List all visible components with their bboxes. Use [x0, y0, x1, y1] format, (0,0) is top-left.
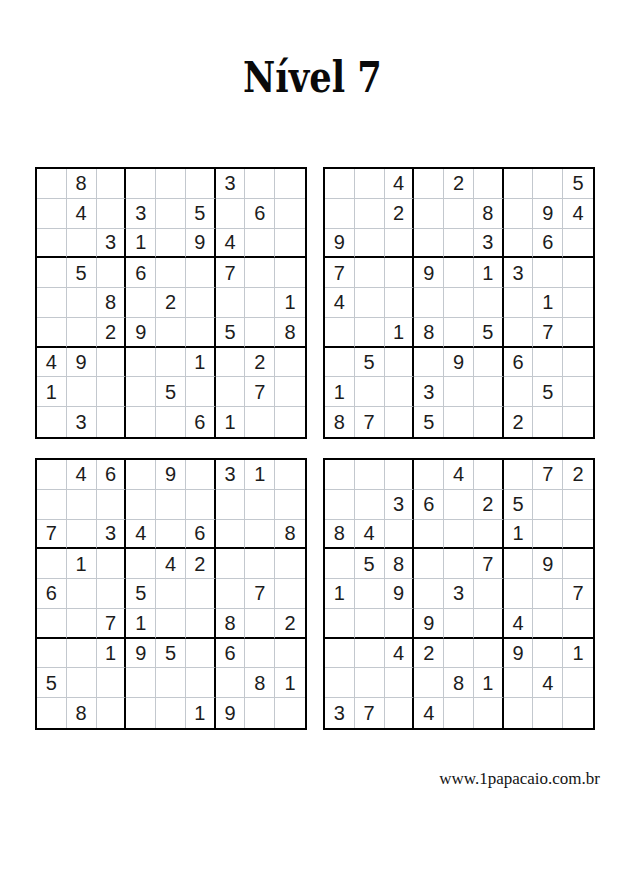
cell-r2c2: [67, 490, 97, 520]
cell-r8c4: 3: [414, 377, 444, 407]
cell-r7c7: 6: [504, 348, 534, 378]
cell-r2c6: [186, 490, 216, 520]
cell-r1c2: 4: [67, 460, 97, 490]
cell-r8c1: 5: [37, 668, 67, 698]
cell-r8c9: 1: [275, 668, 305, 698]
cell-r2c4: 6: [414, 490, 444, 520]
cell-r3c2: [355, 229, 385, 259]
cell-r8c2: [355, 377, 385, 407]
cell-r4c4: 9: [414, 258, 444, 288]
cell-r5c6: [474, 579, 504, 609]
cell-r9c2: 7: [355, 698, 385, 728]
cell-r7c2: 5: [355, 348, 385, 378]
cell-r1c6: [186, 169, 216, 199]
cell-r4c1: [37, 258, 67, 288]
cell-r2c4: [126, 490, 156, 520]
sudoku-board-bottom-left: 469317346814265771821956581819: [35, 458, 307, 730]
cell-r4c5: [444, 258, 474, 288]
cell-r1c1: [37, 169, 67, 199]
cell-r5c8: [533, 579, 563, 609]
cell-r4c8: [245, 258, 275, 288]
cell-r9c5: [156, 698, 186, 728]
cell-r6c8: [245, 318, 275, 348]
cell-r5c5: [156, 579, 186, 609]
cell-r4c8: [245, 549, 275, 579]
cell-r3c2: 4: [355, 520, 385, 550]
cell-r4c2: [355, 258, 385, 288]
cell-r8c7: [216, 377, 246, 407]
cell-r7c1: 4: [37, 348, 67, 378]
cell-r7c4: [126, 348, 156, 378]
cell-r6c4: 1: [126, 609, 156, 639]
cell-r5c1: [37, 288, 67, 318]
cell-r8c7: [216, 668, 246, 698]
cell-r2c9: [275, 199, 305, 229]
cell-r9c4: [126, 698, 156, 728]
cell-r9c5: [444, 698, 474, 728]
cell-r6c3: 7: [97, 609, 127, 639]
cell-r8c6: [474, 377, 504, 407]
cell-r5c9: 1: [275, 288, 305, 318]
cell-r5c4: 5: [126, 579, 156, 609]
footer-url: www.1papacaio.com.br: [439, 769, 600, 789]
cell-r4c8: [533, 258, 563, 288]
cell-r8c4: [414, 668, 444, 698]
cell-r8c2: [67, 377, 97, 407]
cell-r2c7: [216, 490, 246, 520]
cell-r3c3: 3: [97, 229, 127, 259]
cell-r4c7: 7: [216, 258, 246, 288]
cell-r8c6: [186, 668, 216, 698]
cell-r6c7: 8: [216, 609, 246, 639]
cell-r2c4: [414, 199, 444, 229]
cell-r4c7: 3: [504, 258, 534, 288]
cell-r9c8: [245, 407, 275, 437]
cell-r6c6: [186, 609, 216, 639]
cell-r2c2: 4: [67, 199, 97, 229]
cell-r9c4: 4: [414, 698, 444, 728]
cell-r1c5: [156, 169, 186, 199]
cell-r4c4: [414, 549, 444, 579]
cell-r3c4: [414, 229, 444, 259]
page-title: Nível 7: [56, 52, 569, 102]
cell-r6c6: [474, 609, 504, 639]
cell-r8c1: [325, 668, 355, 698]
cell-r6c9: [563, 609, 593, 639]
cell-r1c9: 2: [563, 460, 593, 490]
cell-r6c1: [37, 318, 67, 348]
cell-r7c4: 2: [414, 639, 444, 669]
cell-r2c8: 6: [245, 199, 275, 229]
cell-r7c5: [444, 639, 474, 669]
cell-r6c2: [67, 609, 97, 639]
cell-r6c4: 9: [126, 318, 156, 348]
cell-r8c8: 8: [245, 668, 275, 698]
cell-r5c3: [385, 288, 415, 318]
cell-r4c3: 8: [385, 549, 415, 579]
cell-r8c3: [97, 668, 127, 698]
sudoku-board-top-right: 425289493679134118575961358752: [323, 167, 595, 439]
cell-r6c4: 9: [414, 609, 444, 639]
cell-r3c1: 7: [37, 520, 67, 550]
cell-r3c7: 4: [216, 229, 246, 259]
cell-r9c9: [275, 407, 305, 437]
cell-r3c5: [444, 229, 474, 259]
cell-r4c6: 2: [186, 549, 216, 579]
cell-r3c5: [156, 229, 186, 259]
cell-r2c8: 9: [533, 199, 563, 229]
cell-r1c9: [275, 169, 305, 199]
cell-r5c7: [504, 288, 534, 318]
cell-r2c2: [355, 490, 385, 520]
cell-r2c5: [156, 199, 186, 229]
cell-r1c4: [126, 460, 156, 490]
cell-r5c7: [216, 579, 246, 609]
cell-r1c7: [504, 460, 534, 490]
cell-r6c7: [504, 318, 534, 348]
cell-r7c5: 5: [156, 639, 186, 669]
cell-r6c8: 7: [533, 318, 563, 348]
cell-r7c8: 2: [245, 348, 275, 378]
cell-r1c8: [245, 169, 275, 199]
cell-r5c3: 9: [385, 579, 415, 609]
cell-r7c2: [67, 639, 97, 669]
cell-r2c6: 2: [474, 490, 504, 520]
cell-r2c9: [275, 490, 305, 520]
cell-r4c5: [444, 549, 474, 579]
cell-r7c5: [156, 348, 186, 378]
cell-r4c4: 6: [126, 258, 156, 288]
cell-r6c2: [355, 609, 385, 639]
cell-r4c9: [275, 258, 305, 288]
cell-r4c3: [97, 258, 127, 288]
cell-r1c7: [504, 169, 534, 199]
cell-r9c7: [504, 698, 534, 728]
cell-r6c8: [245, 609, 275, 639]
cell-r3c1: [37, 229, 67, 259]
cell-r9c2: 8: [67, 698, 97, 728]
cell-r6c5: [444, 609, 474, 639]
cell-r6c8: [533, 609, 563, 639]
cell-r2c1: [37, 199, 67, 229]
cell-r5c2: [355, 288, 385, 318]
cell-r4c7: [504, 549, 534, 579]
cell-r1c5: 2: [444, 169, 474, 199]
cell-r5c6: [474, 288, 504, 318]
cell-r1c3: 4: [385, 169, 415, 199]
cell-r8c9: [563, 668, 593, 698]
cell-r5c1: 1: [325, 579, 355, 609]
cell-r8c1: 1: [325, 377, 355, 407]
cell-r1c2: 8: [67, 169, 97, 199]
cell-r7c6: [186, 639, 216, 669]
cell-r3c8: [533, 520, 563, 550]
cell-r2c7: [504, 199, 534, 229]
cell-r2c3: 2: [385, 199, 415, 229]
cell-r8c5: [444, 377, 474, 407]
boards-container: 834356319456782129584912157361 425289493…: [35, 167, 595, 730]
cell-r3c4: 1: [126, 229, 156, 259]
cell-r1c6: [186, 460, 216, 490]
cell-r3c5: [156, 520, 186, 550]
cell-r6c5: [444, 318, 474, 348]
cell-r1c4: [414, 169, 444, 199]
cell-r4c3: [97, 549, 127, 579]
cell-r2c7: 5: [504, 490, 534, 520]
cell-r1c1: [325, 460, 355, 490]
cell-r4c3: [385, 258, 415, 288]
cell-r4c9: [563, 549, 593, 579]
cell-r4c2: 5: [67, 258, 97, 288]
cell-r3c3: 3: [97, 520, 127, 550]
cell-r9c5: [444, 407, 474, 437]
cell-r7c1: [325, 639, 355, 669]
cell-r8c5: [156, 668, 186, 698]
cell-r9c3: [385, 698, 415, 728]
cell-r7c3: [385, 348, 415, 378]
cell-r7c3: 4: [385, 639, 415, 669]
cell-r9c6: [474, 407, 504, 437]
cell-r6c1: [325, 318, 355, 348]
cell-r1c8: 1: [245, 460, 275, 490]
cell-r5c1: 4: [325, 288, 355, 318]
cell-r5c2: [67, 288, 97, 318]
cell-r1c3: [97, 169, 127, 199]
cell-r9c8: [533, 407, 563, 437]
cell-r7c6: [474, 348, 504, 378]
cell-r1c6: [474, 169, 504, 199]
cell-r4c1: 7: [325, 258, 355, 288]
cell-r1c9: [275, 460, 305, 490]
cell-r1c2: [355, 169, 385, 199]
cell-r5c4: [414, 579, 444, 609]
cell-r5c2: [355, 579, 385, 609]
cell-r5c2: [67, 579, 97, 609]
cell-r2c1: [325, 490, 355, 520]
cell-r8c8: 5: [533, 377, 563, 407]
cell-r6c3: 1: [385, 318, 415, 348]
cell-r8c4: [126, 668, 156, 698]
cell-r3c7: [216, 520, 246, 550]
cell-r7c4: [414, 348, 444, 378]
cell-r3c9: [275, 229, 305, 259]
cell-r7c4: 9: [126, 639, 156, 669]
cell-r1c1: [37, 460, 67, 490]
cell-r7c8: [533, 639, 563, 669]
cell-r5c4: [414, 288, 444, 318]
cell-r2c1: [325, 199, 355, 229]
cell-r3c2: [67, 229, 97, 259]
cell-r7c6: [474, 639, 504, 669]
cell-r1c7: 3: [216, 169, 246, 199]
cell-r7c9: [275, 348, 305, 378]
cell-r2c5: [444, 490, 474, 520]
cell-r3c3: [385, 229, 415, 259]
cell-r9c7: 1: [216, 407, 246, 437]
cell-r5c3: [97, 579, 127, 609]
cell-r6c6: [186, 318, 216, 348]
cell-r8c3: [97, 377, 127, 407]
cell-r3c7: 1: [504, 520, 534, 550]
cell-r8c9: [275, 377, 305, 407]
cell-r7c1: [37, 639, 67, 669]
cell-r7c6: 1: [186, 348, 216, 378]
cell-r6c3: [385, 609, 415, 639]
cell-r9c8: [533, 698, 563, 728]
cell-r2c9: 4: [563, 199, 593, 229]
cell-r3c9: [563, 520, 593, 550]
cell-r4c6: 1: [474, 258, 504, 288]
cell-r5c4: [126, 288, 156, 318]
cell-r6c1: [37, 609, 67, 639]
cell-r5c3: 8: [97, 288, 127, 318]
cell-r4c9: [275, 549, 305, 579]
cell-r8c2: [67, 668, 97, 698]
cell-r8c9: [563, 377, 593, 407]
cell-r1c6: [474, 460, 504, 490]
cell-r1c5: 9: [156, 460, 186, 490]
cell-r4c5: [156, 258, 186, 288]
page-root: Nível 7 834356319456782129584912157361 4…: [0, 0, 625, 890]
cell-r1c3: 6: [97, 460, 127, 490]
cell-r4c1: [325, 549, 355, 579]
cell-r7c8: [245, 639, 275, 669]
cell-r1c8: [533, 169, 563, 199]
cell-r6c2: [67, 318, 97, 348]
cell-r7c2: [355, 639, 385, 669]
cell-r9c8: [245, 698, 275, 728]
cell-r1c9: 5: [563, 169, 593, 199]
cell-r2c6: 8: [474, 199, 504, 229]
cell-r3c9: [563, 229, 593, 259]
cell-r9c3: [97, 698, 127, 728]
cell-r4c4: [126, 549, 156, 579]
cell-r5c7: [216, 288, 246, 318]
cell-r6c3: 2: [97, 318, 127, 348]
cell-r4c8: 9: [533, 549, 563, 579]
cell-r2c1: [37, 490, 67, 520]
cell-r7c7: [216, 348, 246, 378]
cell-r7c7: 9: [504, 639, 534, 669]
cell-r5c8: [245, 288, 275, 318]
cell-r2c2: [355, 199, 385, 229]
cell-r1c4: [414, 460, 444, 490]
cell-r7c3: 1: [97, 639, 127, 669]
cell-r1c8: 7: [533, 460, 563, 490]
cell-r4c6: 7: [474, 549, 504, 579]
cell-r2c8: [533, 490, 563, 520]
sudoku-board-bottom-right: 472362584158791937944291814374: [323, 458, 595, 730]
cell-r5c8: 1: [533, 288, 563, 318]
cell-r9c1: 8: [325, 407, 355, 437]
cell-r4c6: [186, 258, 216, 288]
cell-r6c7: 5: [216, 318, 246, 348]
cell-r5c6: [186, 288, 216, 318]
cell-r6c7: 4: [504, 609, 534, 639]
cell-r3c1: 8: [325, 520, 355, 550]
cell-r6c9: 8: [275, 318, 305, 348]
cell-r3c3: [385, 520, 415, 550]
cell-r9c1: [37, 698, 67, 728]
cell-r6c1: [325, 609, 355, 639]
cell-r6c6: 5: [474, 318, 504, 348]
cell-r9c6: 1: [186, 698, 216, 728]
cell-r1c1: [325, 169, 355, 199]
cell-r9c9: [275, 698, 305, 728]
cell-r3c9: 8: [275, 520, 305, 550]
cell-r4c2: 5: [355, 549, 385, 579]
cell-r8c3: [385, 377, 415, 407]
cell-r6c5: [156, 318, 186, 348]
cell-r6c4: 8: [414, 318, 444, 348]
cell-r3c8: 6: [533, 229, 563, 259]
cell-r9c9: [563, 698, 593, 728]
cell-r5c5: 3: [444, 579, 474, 609]
cell-r3c2: [67, 520, 97, 550]
cell-r3c4: [414, 520, 444, 550]
cell-r5c9: [563, 288, 593, 318]
cell-r2c5: [156, 490, 186, 520]
cell-r5c9: [275, 579, 305, 609]
cell-r8c8: 4: [533, 668, 563, 698]
cell-r2c3: [97, 199, 127, 229]
cell-r3c5: [444, 520, 474, 550]
cell-r8c2: [355, 668, 385, 698]
cell-r9c2: 3: [67, 407, 97, 437]
cell-r8c1: 1: [37, 377, 67, 407]
cell-r3c8: [245, 229, 275, 259]
cell-r9c6: [474, 698, 504, 728]
cell-r9c3: [97, 407, 127, 437]
cell-r6c5: [156, 609, 186, 639]
cell-r7c7: 6: [216, 639, 246, 669]
cell-r8c6: [186, 377, 216, 407]
cell-r5c5: [444, 288, 474, 318]
cell-r9c4: [126, 407, 156, 437]
cell-r7c9: [275, 639, 305, 669]
cell-r6c9: [563, 318, 593, 348]
cell-r8c7: [504, 377, 534, 407]
cell-r8c4: [126, 377, 156, 407]
cell-r6c2: [355, 318, 385, 348]
cell-r7c8: [533, 348, 563, 378]
cell-r5c9: 7: [563, 579, 593, 609]
cell-r8c7: [504, 668, 534, 698]
cell-r3c8: [245, 520, 275, 550]
cell-r3c6: 9: [186, 229, 216, 259]
cell-r4c7: [216, 549, 246, 579]
cell-r2c5: [444, 199, 474, 229]
cell-r1c7: 3: [216, 460, 246, 490]
cell-r3c1: 9: [325, 229, 355, 259]
cell-r2c8: [245, 490, 275, 520]
cell-r1c2: [355, 460, 385, 490]
cell-r7c9: 1: [563, 639, 593, 669]
cell-r2c6: 5: [186, 199, 216, 229]
cell-r5c6: [186, 579, 216, 609]
cell-r8c8: 7: [245, 377, 275, 407]
cell-r5c8: 7: [245, 579, 275, 609]
cell-r2c9: [563, 490, 593, 520]
cell-r7c2: 9: [67, 348, 97, 378]
cell-r9c5: [156, 407, 186, 437]
cell-r3c4: 4: [126, 520, 156, 550]
cell-r9c9: [563, 407, 593, 437]
cell-r9c7: 9: [216, 698, 246, 728]
cell-r7c9: [563, 348, 593, 378]
cell-r3c6: 3: [474, 229, 504, 259]
cell-r8c5: 5: [156, 377, 186, 407]
